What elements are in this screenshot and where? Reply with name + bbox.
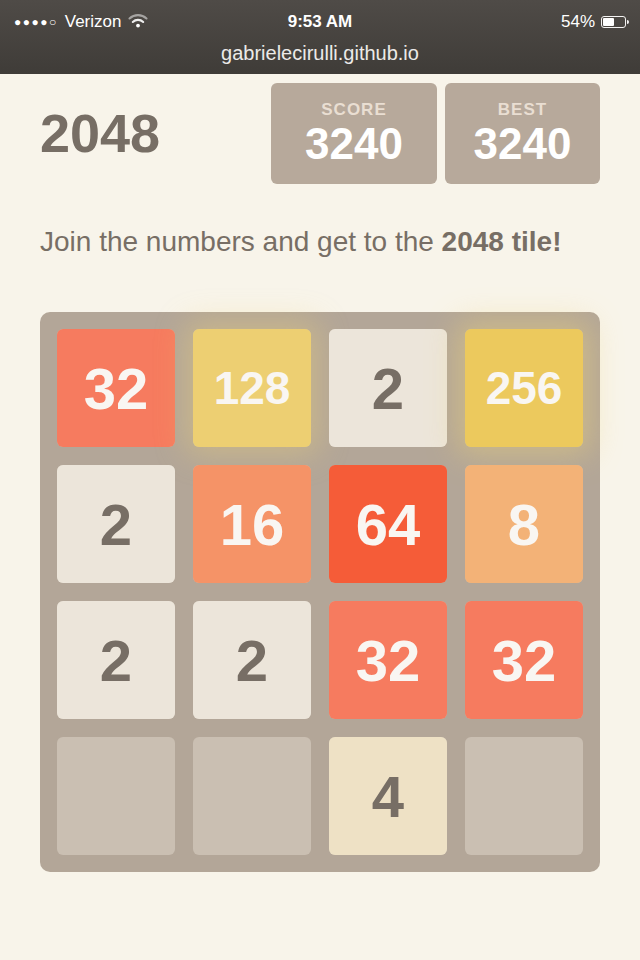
intro-text-plain: Join the numbers and get to the (40, 226, 442, 257)
address-bar[interactable]: gabrielecirulli.github.io (0, 42, 640, 76)
score-box: SCORE 3240 (271, 83, 437, 184)
tile-16: 16 (193, 465, 311, 583)
battery-nub (627, 20, 629, 24)
tile-32: 32 (329, 601, 447, 719)
board-grid[interactable]: 3212822562166482232324 (40, 312, 600, 872)
tile-2: 2 (329, 329, 447, 447)
empty-cell (193, 737, 311, 855)
best-label: BEST (498, 100, 547, 120)
tile-2: 2 (193, 601, 311, 719)
battery-fill (603, 18, 614, 26)
game-header: 2048 SCORE 3240 BEST 3240 (40, 82, 600, 184)
cell-tile-32: 32 (57, 329, 175, 447)
tile-256: 256 (465, 329, 583, 447)
carrier-label: Verizon (65, 12, 122, 32)
score-label: SCORE (321, 100, 386, 120)
page-title: 2048 (40, 106, 160, 160)
empty-cell (465, 737, 583, 855)
scores-container: SCORE 3240 BEST 3240 (271, 83, 600, 184)
cell-tile-128: 128 (193, 329, 311, 447)
cell-tile-64: 64 (329, 465, 447, 583)
best-value: 3240 (474, 120, 572, 168)
battery-icon (601, 16, 626, 28)
game-intro-text: Join the numbers and get to the 2048 til… (40, 222, 585, 262)
cell-tile-2: 2 (193, 601, 311, 719)
intro-text-bold: 2048 tile! (442, 226, 562, 257)
browser-chrome: ●●●●○ Verizon 9:53 AM 54% gabrielecirull… (0, 0, 640, 74)
cell-tile-32: 32 (329, 601, 447, 719)
address-bar-url[interactable]: gabrielecirulli.github.io (221, 42, 419, 65)
tile-8: 8 (465, 465, 583, 583)
tile-4: 4 (329, 737, 447, 855)
cell-signal-icon: ●●●●○ (14, 15, 58, 29)
cell-tile-2: 2 (57, 601, 175, 719)
cell-tile-2: 2 (57, 465, 175, 583)
cell-tile-32: 32 (465, 601, 583, 719)
score-value: 3240 (305, 120, 403, 168)
empty-cell (57, 737, 175, 855)
tile-128: 128 (193, 329, 311, 447)
cell-tile-16: 16 (193, 465, 311, 583)
cell-tile-256: 256 (465, 329, 583, 447)
tile-2: 2 (57, 601, 175, 719)
best-score-box: BEST 3240 (445, 83, 600, 184)
tile-64: 64 (329, 465, 447, 583)
cell-tile-8: 8 (465, 465, 583, 583)
cell-tile-2: 2 (329, 329, 447, 447)
status-left: ●●●●○ Verizon (14, 11, 288, 33)
tile-32: 32 (57, 329, 175, 447)
tile-32: 32 (465, 601, 583, 719)
status-right: 54% (352, 12, 626, 32)
game-page: 2048 SCORE 3240 BEST 3240 Join the numbe… (0, 82, 640, 872)
battery-percent-label: 54% (561, 12, 595, 32)
status-bar: ●●●●○ Verizon 9:53 AM 54% (0, 0, 640, 42)
clock-label: 9:53 AM (288, 12, 353, 32)
tile-2: 2 (57, 465, 175, 583)
wifi-icon (128, 13, 148, 33)
cell-tile-4: 4 (329, 737, 447, 855)
